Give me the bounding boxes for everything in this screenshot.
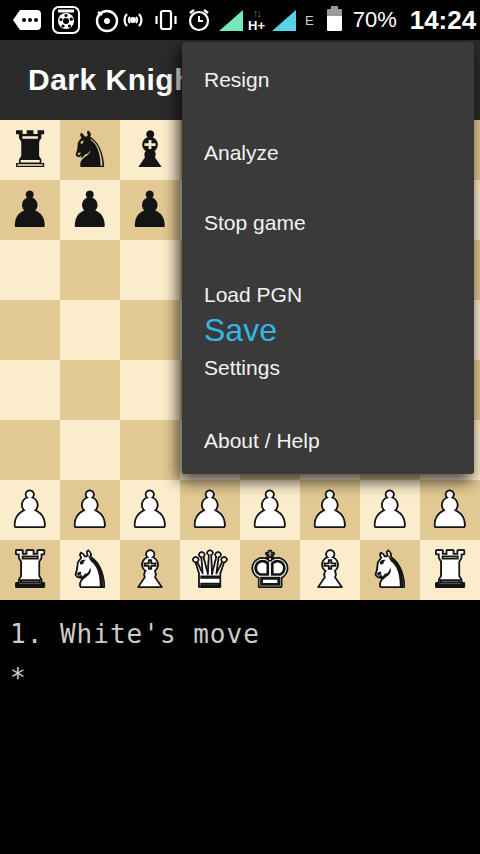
- square-c2[interactable]: ♟: [120, 480, 180, 540]
- phone-screen: ↑↓ H+ E 70% 14:24 Dark Knight ♜♞♝♛♚♝♞♜♟♟…: [0, 0, 480, 854]
- black-rook-icon: ♜: [8, 120, 53, 180]
- chat-dots-icon: [12, 9, 42, 31]
- white-pawn-icon: ♟: [248, 480, 293, 540]
- timer-icon: [94, 7, 120, 33]
- move-log-line: 1. White's move: [10, 612, 470, 656]
- status-bar: ↑↓ H+ E 70% 14:24: [0, 0, 480, 40]
- square-a6[interactable]: [0, 240, 60, 300]
- white-bishop-icon: ♝: [308, 540, 353, 600]
- vibrate-icon: [153, 7, 179, 33]
- app-wheel-icon: [52, 6, 80, 34]
- battery-icon: [327, 9, 342, 31]
- square-c5[interactable]: [120, 300, 180, 360]
- square-d2[interactable]: ♟: [180, 480, 240, 540]
- white-pawn-icon: ♟: [368, 480, 413, 540]
- move-log-result: *: [10, 656, 470, 700]
- square-b7[interactable]: ♟: [60, 180, 120, 240]
- square-a3[interactable]: [0, 420, 60, 480]
- square-c6[interactable]: [120, 240, 180, 300]
- square-b6[interactable]: [60, 240, 120, 300]
- menu-item-analyze[interactable]: Analyze: [204, 138, 279, 168]
- white-bishop-icon: ♝: [128, 540, 173, 600]
- radio-icon: [120, 7, 146, 33]
- square-g1[interactable]: ♞: [360, 540, 420, 600]
- signal-hplus-icon: [219, 10, 243, 31]
- square-b8[interactable]: ♞: [60, 120, 120, 180]
- square-c4[interactable]: [120, 360, 180, 420]
- square-b1[interactable]: ♞: [60, 540, 120, 600]
- black-bishop-icon: ♝: [128, 120, 173, 180]
- app-title: Dark Knight: [28, 63, 204, 97]
- square-b3[interactable]: [60, 420, 120, 480]
- black-knight-icon: ♞: [68, 120, 113, 180]
- square-g2[interactable]: ♟: [360, 480, 420, 540]
- square-b2[interactable]: ♟: [60, 480, 120, 540]
- menu-item-stop-game[interactable]: Stop game: [204, 208, 306, 238]
- white-rook-icon: ♜: [8, 540, 53, 600]
- network-type-label: H+: [248, 19, 265, 32]
- move-log: 1. White's move *: [0, 600, 480, 854]
- battery-percent: 70%: [353, 7, 397, 33]
- status-clock: 14:24: [410, 5, 477, 36]
- square-e2[interactable]: ♟: [240, 480, 300, 540]
- square-h1[interactable]: ♜: [420, 540, 480, 600]
- menu-item-about-help[interactable]: About / Help: [204, 426, 320, 456]
- square-e1[interactable]: ♚: [240, 540, 300, 600]
- square-c7[interactable]: ♟: [120, 180, 180, 240]
- menu-item-resign[interactable]: Resign: [204, 65, 269, 95]
- black-pawn-icon: ♟: [68, 180, 113, 240]
- menu-item-save[interactable]: Save: [204, 312, 277, 348]
- square-a1[interactable]: ♜: [0, 540, 60, 600]
- square-c8[interactable]: ♝: [120, 120, 180, 180]
- white-king-icon: ♚: [248, 540, 293, 600]
- white-pawn-icon: ♟: [8, 480, 53, 540]
- alarm-clock-icon: [186, 7, 212, 33]
- square-a2[interactable]: ♟: [0, 480, 60, 540]
- network-hplus-indicator: ↑↓ H+: [248, 8, 265, 32]
- square-a4[interactable]: [0, 360, 60, 420]
- black-pawn-icon: ♟: [128, 180, 173, 240]
- square-d1[interactable]: ♛: [180, 540, 240, 600]
- square-a5[interactable]: [0, 300, 60, 360]
- white-pawn-icon: ♟: [68, 480, 113, 540]
- options-menu: Resign Analyze Stop game Load PGN Save S…: [182, 42, 474, 474]
- menu-item-load-pgn[interactable]: Load PGN: [204, 280, 302, 310]
- square-h2[interactable]: ♟: [420, 480, 480, 540]
- white-pawn-icon: ♟: [428, 480, 473, 540]
- square-c3[interactable]: [120, 420, 180, 480]
- signal-e-icon: [272, 10, 296, 31]
- white-rook-icon: ♜: [428, 540, 473, 600]
- square-b4[interactable]: [60, 360, 120, 420]
- square-b5[interactable]: [60, 300, 120, 360]
- square-a7[interactable]: ♟: [0, 180, 60, 240]
- white-queen-icon: ♛: [188, 540, 233, 600]
- white-pawn-icon: ♟: [308, 480, 353, 540]
- white-knight-icon: ♞: [68, 540, 113, 600]
- white-pawn-icon: ♟: [128, 480, 173, 540]
- menu-item-settings[interactable]: Settings: [204, 353, 280, 383]
- square-c1[interactable]: ♝: [120, 540, 180, 600]
- square-a8[interactable]: ♜: [0, 120, 60, 180]
- square-f2[interactable]: ♟: [300, 480, 360, 540]
- white-knight-icon: ♞: [368, 540, 413, 600]
- network-type-e-label: E: [305, 13, 314, 28]
- white-pawn-icon: ♟: [188, 480, 233, 540]
- square-f1[interactable]: ♝: [300, 540, 360, 600]
- black-pawn-icon: ♟: [8, 180, 53, 240]
